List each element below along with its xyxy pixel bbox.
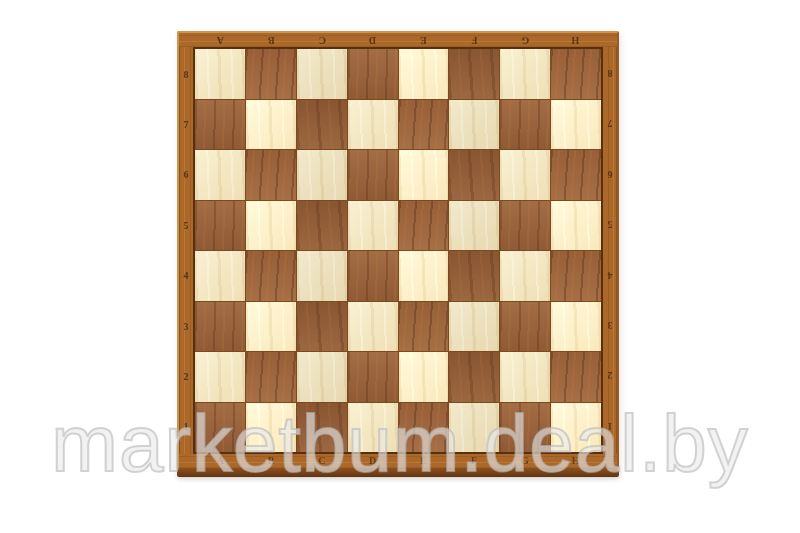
square-f4 <box>449 251 499 301</box>
file-label-top-a: A <box>195 34 246 46</box>
rank-label-left-8: 8 <box>180 49 192 99</box>
rank-label-right-8: 8 <box>604 49 616 99</box>
square-d5 <box>348 201 398 251</box>
square-e4 <box>399 251 449 301</box>
board-side-edge <box>177 470 619 477</box>
square-e2 <box>399 352 449 402</box>
square-g6 <box>500 150 550 200</box>
file-label-bottom-d: D <box>347 455 398 467</box>
square-f6 <box>449 150 499 200</box>
square-h3 <box>551 302 601 352</box>
file-label-bottom-h: H <box>550 455 601 467</box>
square-b5 <box>246 201 296 251</box>
square-f8 <box>449 49 499 99</box>
file-label-bottom-f: F <box>449 455 500 467</box>
rank-label-right-4: 4 <box>604 251 616 301</box>
rank-label-left-6: 6 <box>180 150 192 200</box>
square-d3 <box>348 302 398 352</box>
file-label-top-h: H <box>550 34 601 46</box>
square-b4 <box>246 251 296 301</box>
square-a1 <box>195 403 245 453</box>
square-h6 <box>551 150 601 200</box>
square-h5 <box>551 201 601 251</box>
square-g3 <box>500 302 550 352</box>
rank-label-right-3: 3 <box>604 301 616 351</box>
file-label-top-f: F <box>449 34 500 46</box>
square-a6 <box>195 150 245 200</box>
square-g5 <box>500 201 550 251</box>
square-h7 <box>551 100 601 150</box>
square-c7 <box>297 100 347 150</box>
rank-label-left-7: 7 <box>180 99 192 149</box>
square-h1 <box>551 403 601 453</box>
square-a5 <box>195 201 245 251</box>
square-d6 <box>348 150 398 200</box>
square-g4 <box>500 251 550 301</box>
square-g7 <box>500 100 550 150</box>
square-g1 <box>500 403 550 453</box>
square-f1 <box>449 403 499 453</box>
rank-label-right-5: 5 <box>604 200 616 250</box>
square-d4 <box>348 251 398 301</box>
file-label-bottom-g: G <box>500 455 551 467</box>
square-d8 <box>348 49 398 99</box>
square-a4 <box>195 251 245 301</box>
square-c1 <box>297 403 347 453</box>
rank-label-right-1: 1 <box>604 402 616 452</box>
square-g8 <box>500 49 550 99</box>
square-f5 <box>449 201 499 251</box>
file-label-top-c: C <box>297 34 348 46</box>
square-c4 <box>297 251 347 301</box>
square-e8 <box>399 49 449 99</box>
file-label-top-g: G <box>500 34 551 46</box>
square-b3 <box>246 302 296 352</box>
file-label-bottom-b: B <box>246 455 297 467</box>
square-b2 <box>246 352 296 402</box>
rank-label-left-4: 4 <box>180 251 192 301</box>
rank-label-left-3: 3 <box>180 301 192 351</box>
file-label-top-b: B <box>246 34 297 46</box>
rank-label-right-7: 7 <box>604 99 616 149</box>
square-e1 <box>399 403 449 453</box>
chess-board: ABCDEFGH ABCDEFGH 87654321 87654321 <box>177 31 619 470</box>
rank-labels-right: 87654321 <box>604 49 616 452</box>
square-g2 <box>500 352 550 402</box>
square-a3 <box>195 302 245 352</box>
square-a8 <box>195 49 245 99</box>
square-d1 <box>348 403 398 453</box>
square-h4 <box>551 251 601 301</box>
square-c2 <box>297 352 347 402</box>
rank-label-left-1: 1 <box>180 402 192 452</box>
file-labels-top: ABCDEFGH <box>195 34 601 46</box>
square-c8 <box>297 49 347 99</box>
file-label-bottom-a: A <box>195 455 246 467</box>
square-a7 <box>195 100 245 150</box>
square-c6 <box>297 150 347 200</box>
square-c5 <box>297 201 347 251</box>
rank-labels-left: 87654321 <box>180 49 192 452</box>
square-b6 <box>246 150 296 200</box>
square-h8 <box>551 49 601 99</box>
square-h2 <box>551 352 601 402</box>
playing-surface <box>193 47 603 454</box>
squares-grid <box>195 49 601 452</box>
square-f3 <box>449 302 499 352</box>
file-label-top-d: D <box>347 34 398 46</box>
square-b8 <box>246 49 296 99</box>
file-label-bottom-e: E <box>398 455 449 467</box>
file-label-bottom-c: C <box>297 455 348 467</box>
square-e5 <box>399 201 449 251</box>
square-d7 <box>348 100 398 150</box>
square-f7 <box>449 100 499 150</box>
square-e6 <box>399 150 449 200</box>
square-d2 <box>348 352 398 402</box>
rank-label-right-2: 2 <box>604 351 616 401</box>
square-e3 <box>399 302 449 352</box>
square-c3 <box>297 302 347 352</box>
file-label-top-e: E <box>398 34 449 46</box>
file-labels-bottom: ABCDEFGH <box>195 455 601 467</box>
square-e7 <box>399 100 449 150</box>
rank-label-left-5: 5 <box>180 200 192 250</box>
square-b1 <box>246 403 296 453</box>
rank-label-right-6: 6 <box>604 150 616 200</box>
rank-label-left-2: 2 <box>180 351 192 401</box>
square-f2 <box>449 352 499 402</box>
square-a2 <box>195 352 245 402</box>
square-b7 <box>246 100 296 150</box>
